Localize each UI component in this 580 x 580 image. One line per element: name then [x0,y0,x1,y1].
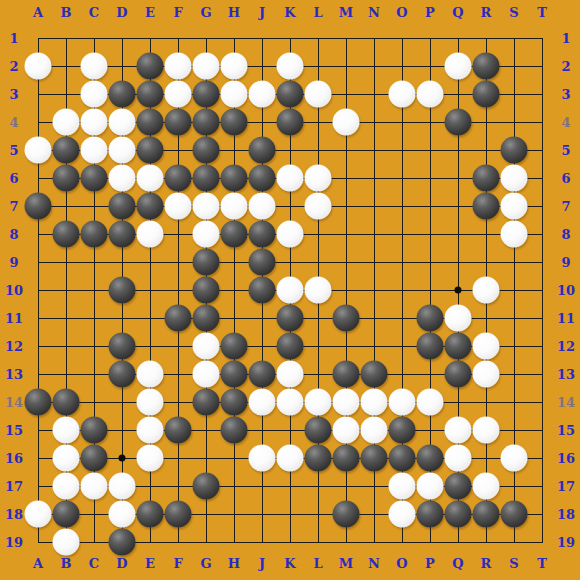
stone-white-C2[interactable] [81,53,108,80]
stone-white-R10[interactable] [473,277,500,304]
stone-black-E18[interactable] [137,501,164,528]
stone-white-A2[interactable] [25,53,52,80]
stone-white-D6[interactable] [109,165,136,192]
stone-black-C8[interactable] [81,221,108,248]
stone-white-M14[interactable] [333,389,360,416]
stone-black-R18[interactable] [473,501,500,528]
stone-black-B18[interactable] [53,501,80,528]
stone-white-G7[interactable] [193,193,220,220]
stone-black-D12[interactable] [109,333,136,360]
stone-white-R15[interactable] [473,417,500,444]
stone-white-J14[interactable] [249,389,276,416]
stone-white-G12[interactable] [193,333,220,360]
stone-white-D17[interactable] [109,473,136,500]
stone-black-E7[interactable] [137,193,164,220]
stone-white-S8[interactable] [501,221,528,248]
stone-white-Q16[interactable] [445,445,472,472]
stone-black-D13[interactable] [109,361,136,388]
stone-black-M16[interactable] [333,445,360,472]
stone-white-N15[interactable] [361,417,388,444]
stone-white-G8[interactable] [193,221,220,248]
stone-black-D3[interactable] [109,81,136,108]
stone-black-P11[interactable] [417,305,444,332]
stone-black-G3[interactable] [193,81,220,108]
stone-black-F6[interactable] [165,165,192,192]
stone-black-R3[interactable] [473,81,500,108]
stone-black-P12[interactable] [417,333,444,360]
stone-white-E8[interactable] [137,221,164,248]
stone-white-Q11[interactable] [445,305,472,332]
stone-white-N14[interactable] [361,389,388,416]
stone-white-E15[interactable] [137,417,164,444]
stone-white-K16[interactable] [277,445,304,472]
stone-white-P3[interactable] [417,81,444,108]
stone-white-B15[interactable] [53,417,80,444]
stone-black-L16[interactable] [305,445,332,472]
stone-black-C16[interactable] [81,445,108,472]
stone-black-P18[interactable] [417,501,444,528]
stone-black-H8[interactable] [221,221,248,248]
stone-black-P16[interactable] [417,445,444,472]
stone-white-O3[interactable] [389,81,416,108]
stone-black-K4[interactable] [277,109,304,136]
stone-black-O16[interactable] [389,445,416,472]
stone-black-D8[interactable] [109,221,136,248]
stone-black-B6[interactable] [53,165,80,192]
stone-black-G14[interactable] [193,389,220,416]
stone-white-L6[interactable] [305,165,332,192]
stone-black-J13[interactable] [249,361,276,388]
stone-black-O15[interactable] [389,417,416,444]
stone-black-G9[interactable] [193,249,220,276]
stone-black-G10[interactable] [193,277,220,304]
stone-white-L3[interactable] [305,81,332,108]
stone-black-A7[interactable] [25,193,52,220]
stone-black-G5[interactable] [193,137,220,164]
stone-black-J8[interactable] [249,221,276,248]
stone-white-P14[interactable] [417,389,444,416]
stone-white-E14[interactable] [137,389,164,416]
stone-white-G13[interactable] [193,361,220,388]
stone-white-B17[interactable] [53,473,80,500]
stone-black-H14[interactable] [221,389,248,416]
stone-white-H2[interactable] [221,53,248,80]
stone-black-D19[interactable] [109,529,136,556]
stone-white-C5[interactable] [81,137,108,164]
go-board[interactable]: AABBCCDDEEFFGGHHJJKKLLMMNNOOPPQQRRSSTT11… [0,0,580,580]
stone-black-G17[interactable] [193,473,220,500]
stone-black-F18[interactable] [165,501,192,528]
stone-black-H15[interactable] [221,417,248,444]
stone-black-D10[interactable] [109,277,136,304]
stone-white-K8[interactable] [277,221,304,248]
stone-black-H4[interactable] [221,109,248,136]
stone-white-J3[interactable] [249,81,276,108]
stone-white-B16[interactable] [53,445,80,472]
stone-black-M11[interactable] [333,305,360,332]
stone-black-H12[interactable] [221,333,248,360]
stone-white-K10[interactable] [277,277,304,304]
stone-white-D18[interactable] [109,501,136,528]
stone-white-H7[interactable] [221,193,248,220]
stone-white-C4[interactable] [81,109,108,136]
stone-white-F3[interactable] [165,81,192,108]
stone-black-B5[interactable] [53,137,80,164]
stones [0,0,580,580]
stone-white-Q2[interactable] [445,53,472,80]
stone-white-J16[interactable] [249,445,276,472]
stone-white-M4[interactable] [333,109,360,136]
stone-black-C15[interactable] [81,417,108,444]
stone-black-G6[interactable] [193,165,220,192]
stone-black-J6[interactable] [249,165,276,192]
stone-white-O17[interactable] [389,473,416,500]
stone-white-R13[interactable] [473,361,500,388]
stone-white-K14[interactable] [277,389,304,416]
stone-white-S7[interactable] [501,193,528,220]
stone-white-K2[interactable] [277,53,304,80]
stone-white-L10[interactable] [305,277,332,304]
stone-black-N13[interactable] [361,361,388,388]
stone-white-D5[interactable] [109,137,136,164]
stone-black-S5[interactable] [501,137,528,164]
stone-black-A14[interactable] [25,389,52,416]
stone-white-P17[interactable] [417,473,444,500]
stone-black-J10[interactable] [249,277,276,304]
stone-white-K13[interactable] [277,361,304,388]
stone-white-R12[interactable] [473,333,500,360]
stone-white-E16[interactable] [137,445,164,472]
stone-black-B8[interactable] [53,221,80,248]
stone-black-H13[interactable] [221,361,248,388]
stone-white-K6[interactable] [277,165,304,192]
stone-white-M15[interactable] [333,417,360,444]
stone-white-O14[interactable] [389,389,416,416]
stone-black-F4[interactable] [165,109,192,136]
stone-white-J7[interactable] [249,193,276,220]
stone-white-H3[interactable] [221,81,248,108]
stone-black-J9[interactable] [249,249,276,276]
stone-white-L7[interactable] [305,193,332,220]
stone-white-F7[interactable] [165,193,192,220]
stone-white-L14[interactable] [305,389,332,416]
stone-black-N16[interactable] [361,445,388,472]
stone-black-R6[interactable] [473,165,500,192]
stone-white-R17[interactable] [473,473,500,500]
stone-black-B14[interactable] [53,389,80,416]
stone-black-J5[interactable] [249,137,276,164]
stone-black-F15[interactable] [165,417,192,444]
stone-black-S18[interactable] [501,501,528,528]
stone-black-E2[interactable] [137,53,164,80]
stone-black-G4[interactable] [193,109,220,136]
stone-black-M18[interactable] [333,501,360,528]
stone-black-Q13[interactable] [445,361,472,388]
stone-white-D4[interactable] [109,109,136,136]
stone-black-M13[interactable] [333,361,360,388]
stone-black-Q18[interactable] [445,501,472,528]
stone-black-K12[interactable] [277,333,304,360]
stone-black-C6[interactable] [81,165,108,192]
stone-white-S16[interactable] [501,445,528,472]
stone-white-C3[interactable] [81,81,108,108]
stone-black-K3[interactable] [277,81,304,108]
stone-white-S6[interactable] [501,165,528,192]
stone-black-R7[interactable] [473,193,500,220]
stone-white-A18[interactable] [25,501,52,528]
stone-black-Q12[interactable] [445,333,472,360]
stone-black-H6[interactable] [221,165,248,192]
stone-white-E6[interactable] [137,165,164,192]
stone-white-A5[interactable] [25,137,52,164]
stone-black-Q4[interactable] [445,109,472,136]
stone-black-R2[interactable] [473,53,500,80]
stone-white-C17[interactable] [81,473,108,500]
stone-black-E5[interactable] [137,137,164,164]
stone-black-D7[interactable] [109,193,136,220]
stone-white-O18[interactable] [389,501,416,528]
stone-white-F2[interactable] [165,53,192,80]
stone-black-Q17[interactable] [445,473,472,500]
stone-black-K11[interactable] [277,305,304,332]
stone-white-B19[interactable] [53,529,80,556]
stone-black-L15[interactable] [305,417,332,444]
stone-black-G11[interactable] [193,305,220,332]
stone-white-E13[interactable] [137,361,164,388]
stone-black-E3[interactable] [137,81,164,108]
stone-black-E4[interactable] [137,109,164,136]
stone-white-Q15[interactable] [445,417,472,444]
stone-black-F11[interactable] [165,305,192,332]
stone-white-G2[interactable] [193,53,220,80]
stone-white-B4[interactable] [53,109,80,136]
